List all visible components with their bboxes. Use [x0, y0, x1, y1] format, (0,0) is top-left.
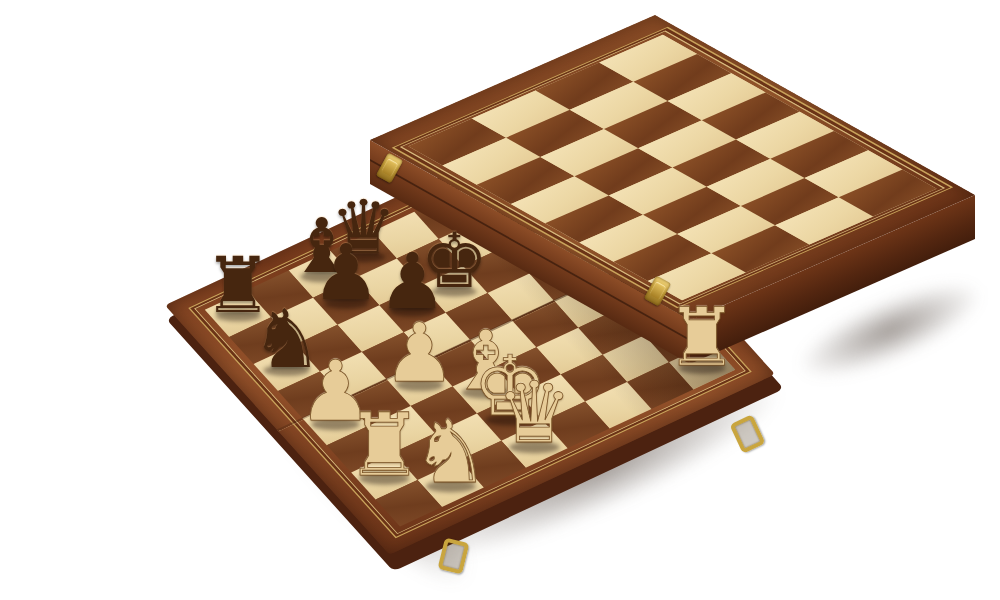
chess-set-product-photo: ♜♚♛♟♝♚♛♝♟♟♞♜♞♟♜ [0, 0, 1000, 600]
